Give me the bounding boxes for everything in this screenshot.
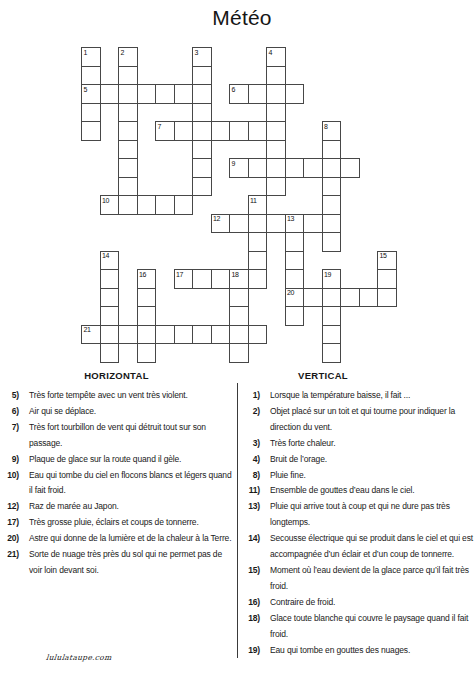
cell-number: 19 — [324, 271, 331, 278]
grid-cell[interactable] — [81, 121, 101, 141]
grid-cell[interactable] — [137, 343, 157, 363]
clue-text: Sorte de nuage très près du sol qui ne p… — [29, 547, 233, 579]
grid-cell[interactable] — [118, 103, 138, 123]
grid-cell[interactable] — [118, 121, 138, 141]
cell-number: 4 — [269, 49, 273, 56]
grid-cell[interactable]: 3 — [192, 47, 212, 67]
clue-text: Astre qui donne de la lumière et de la c… — [29, 531, 233, 547]
grid-cell[interactable] — [303, 158, 323, 178]
cell-number: 5 — [84, 86, 88, 93]
clue-number: 20) — [0, 531, 19, 547]
clue-text: Bruit de l’orage. — [270, 452, 474, 468]
grid-cell[interactable] — [229, 214, 249, 234]
grid-cell[interactable] — [155, 84, 175, 104]
crossword-grid: 123456789101112131415161718192021 — [81, 47, 397, 363]
clue-text: Eau qui tombe en gouttes des nuages. — [270, 643, 474, 659]
grid-cell[interactable] — [137, 195, 157, 215]
grid-cell[interactable] — [285, 251, 305, 271]
grid-cell[interactable] — [118, 325, 138, 345]
clue-item: 11)Ensemble de gouttes d’eau dans le cie… — [241, 483, 474, 499]
clue-item: 5)Très forte tempête avec un vent très v… — [0, 388, 233, 404]
grid-cell[interactable] — [322, 177, 342, 197]
grid-cell[interactable] — [118, 140, 138, 160]
grid-cell[interactable] — [285, 306, 305, 326]
cell-number: 21 — [84, 326, 91, 333]
cell-number: 9 — [232, 160, 236, 167]
grid-cell[interactable] — [100, 306, 120, 326]
grid-cell[interactable] — [285, 158, 305, 178]
clue-number: 2) — [241, 404, 260, 436]
grid-cell[interactable] — [137, 84, 157, 104]
grid-cell[interactable]: 11 — [248, 195, 268, 215]
grid-cell[interactable] — [248, 214, 268, 234]
clue-text: Raz de marée au Japon. — [29, 499, 233, 515]
cell-number: 3 — [195, 49, 199, 56]
cell-number: 11 — [250, 197, 257, 204]
grid-cell[interactable]: 17 — [174, 269, 194, 289]
grid-cell[interactable]: 5 — [81, 84, 101, 104]
clue-text: Secousse électrique qui se produit dans … — [270, 531, 474, 563]
horizontal-clues-header: HORIZONTAL — [0, 370, 233, 381]
grid-cell[interactable] — [248, 232, 268, 252]
grid-cell[interactable] — [340, 158, 360, 178]
grid-cell[interactable] — [266, 158, 286, 178]
grid-cell[interactable]: 12 — [211, 214, 231, 234]
cell-number: 16 — [139, 271, 146, 278]
grid-cell[interactable]: 2 — [118, 47, 138, 67]
clue-number: 12) — [0, 499, 19, 515]
clue-item: 4)Bruit de l’orage. — [241, 452, 474, 468]
clue-text: Glace toute blanche qui couvre le paysag… — [270, 611, 474, 643]
grid-cell[interactable] — [211, 325, 231, 345]
clue-item: 8)Pluie fine. — [241, 468, 474, 484]
clue-text: Eau qui tombe du ciel en flocons blancs … — [29, 468, 233, 500]
clue-text: Moment où l’eau devient de la glace parc… — [270, 563, 474, 595]
grid-cell[interactable] — [377, 288, 397, 308]
clue-number: 7) — [0, 420, 19, 452]
grid-cell[interactable] — [137, 306, 157, 326]
clue-text: Très fort tourbillon de vent qui détruit… — [29, 420, 233, 452]
grid-cell[interactable] — [118, 158, 138, 178]
clue-number: 10) — [0, 468, 19, 500]
grid-cell[interactable] — [322, 288, 342, 308]
clue-item: 6)Air qui se déplace. — [0, 404, 233, 420]
grid-cell[interactable] — [248, 269, 268, 289]
grid-cell[interactable] — [229, 121, 249, 141]
clue-item: 1)Lorsque la température baisse, il fait… — [241, 388, 474, 404]
grid-cell[interactable] — [174, 121, 194, 141]
clue-text: Plaque de glace sur la route quand il gè… — [29, 452, 233, 468]
vertical-clues-header: VERTICAL — [241, 370, 474, 381]
clue-number: 15) — [241, 563, 260, 595]
grid-cell[interactable]: 15 — [377, 251, 397, 271]
grid-cell[interactable] — [322, 232, 342, 252]
cell-number: 1 — [84, 49, 88, 56]
horizontal-clues-section: HORIZONTAL 5)Très forte tempête avec un … — [0, 370, 233, 579]
grid-cell[interactable] — [100, 288, 120, 308]
cell-number: 14 — [102, 252, 109, 259]
grid-cell[interactable] — [248, 121, 268, 141]
grid-cell[interactable] — [229, 343, 249, 363]
grid-cell[interactable] — [211, 121, 231, 141]
vertical-clues-section: VERTICAL 1)Lorsque la température baisse… — [241, 370, 474, 658]
grid-cell[interactable]: 18 — [229, 269, 249, 289]
grid-cell[interactable]: 14 — [100, 251, 120, 271]
grid-cell[interactable] — [192, 177, 212, 197]
grid-cell[interactable]: 10 — [100, 195, 120, 215]
grid-cell[interactable] — [100, 325, 120, 345]
clue-text: Pluie qui arrive tout à coup et qui ne d… — [270, 499, 474, 531]
grid-cell[interactable] — [229, 306, 249, 326]
grid-cell[interactable] — [192, 84, 212, 104]
grid-cell[interactable] — [155, 325, 175, 345]
clue-number: 13) — [241, 499, 260, 531]
cell-number: 18 — [232, 271, 239, 278]
grid-cell[interactable] — [118, 66, 138, 86]
grid-cell[interactable]: 21 — [81, 325, 101, 345]
grid-cell[interactable] — [266, 84, 286, 104]
clue-item: 18)Glace toute blanche qui couvre le pay… — [241, 611, 474, 643]
grid-cell[interactable] — [322, 325, 342, 345]
clue-text: Objet placé sur un toit et qui tourne po… — [270, 404, 474, 436]
grid-cell[interactable] — [303, 288, 323, 308]
grid-cell[interactable] — [192, 121, 212, 141]
cell-number: 2 — [121, 49, 125, 56]
clue-text: Très forte chaleur. — [270, 436, 474, 452]
cell-number: 10 — [102, 197, 109, 204]
cell-number: 15 — [380, 252, 387, 259]
clue-item: 12)Raz de marée au Japon. — [0, 499, 233, 515]
grid-cell[interactable]: 9 — [229, 158, 249, 178]
grid-cell[interactable] — [192, 158, 212, 178]
grid-cell[interactable] — [174, 195, 194, 215]
grid-cell[interactable] — [340, 288, 360, 308]
cell-number: 7 — [158, 123, 162, 130]
watermark: lululataupe.com — [46, 653, 113, 662]
clue-text: Très grosse pluie, éclairs et coups de t… — [29, 515, 233, 531]
grid-cell[interactable] — [100, 343, 120, 363]
grid-cell[interactable] — [266, 214, 286, 234]
grid-cell[interactable] — [266, 66, 286, 86]
grid-cell[interactable] — [100, 269, 120, 289]
clue-number: 16) — [241, 595, 260, 611]
clue-text: Très forte tempête avec un vent très vio… — [29, 388, 233, 404]
puzzle-page: Météo 123456789101112131415161718192021 … — [0, 0, 474, 676]
horizontal-clues-list: 5)Très forte tempête avec un vent très v… — [0, 388, 233, 579]
clue-text: Ensemble de gouttes d’eau dans le ciel. — [270, 483, 474, 499]
vertical-clues-list: 1)Lorsque la température baisse, il fait… — [241, 388, 474, 658]
grid-cell[interactable] — [248, 325, 268, 345]
clue-item: 19)Eau qui tombe en gouttes des nuages. — [241, 643, 474, 659]
grid-cell[interactable] — [100, 84, 120, 104]
grid-cell[interactable] — [303, 214, 323, 234]
grid-cell[interactable] — [377, 269, 397, 289]
clue-number: 5) — [0, 388, 19, 404]
grid-cell[interactable] — [266, 177, 286, 197]
grid-cell[interactable] — [248, 84, 268, 104]
clue-number: 8) — [241, 468, 260, 484]
grid-cell[interactable] — [266, 103, 286, 123]
grid-cell[interactable] — [174, 84, 194, 104]
clue-number: 9) — [0, 452, 19, 468]
clue-number: 3) — [241, 436, 260, 452]
grid-cell[interactable] — [192, 103, 212, 123]
grid-cell[interactable]: 20 — [285, 288, 305, 308]
clue-item: 10)Eau qui tombe du ciel en flocons blan… — [0, 468, 233, 500]
cell-number: 17 — [176, 271, 183, 278]
grid-cell[interactable] — [229, 325, 249, 345]
grid-cell[interactable]: 19 — [322, 269, 342, 289]
grid-cell[interactable] — [322, 214, 342, 234]
clue-text: Pluie fine. — [270, 468, 474, 484]
grid-cell[interactable] — [285, 269, 305, 289]
cell-number: 13 — [287, 215, 294, 222]
grid-cell[interactable] — [248, 251, 268, 271]
grid-cell[interactable]: 6 — [229, 84, 249, 104]
grid-cell[interactable] — [322, 195, 342, 215]
clue-number: 21) — [0, 547, 19, 579]
grid-cell[interactable] — [137, 325, 157, 345]
grid-cell[interactable] — [118, 195, 138, 215]
clue-item: 7)Très fort tourbillon de vent qui détru… — [0, 420, 233, 452]
grid-cell[interactable] — [192, 140, 212, 160]
cell-number: 8 — [324, 123, 328, 130]
grid-cell[interactable] — [81, 103, 101, 123]
clue-columns-divider — [237, 383, 238, 658]
clue-item: 9)Plaque de glace sur la route quand il … — [0, 452, 233, 468]
grid-cell[interactable] — [322, 343, 342, 363]
clue-text: Lorsque la température baisse, il fait .… — [270, 388, 474, 404]
clue-item: 20)Astre qui donne de la lumière et de l… — [0, 531, 233, 547]
grid-cell[interactable] — [229, 288, 249, 308]
grid-cell[interactable] — [118, 84, 138, 104]
clue-number: 4) — [241, 452, 260, 468]
grid-cell[interactable] — [192, 269, 212, 289]
clue-number: 6) — [0, 404, 19, 420]
grid-cell[interactable] — [285, 232, 305, 252]
grid-cell[interactable]: 13 — [285, 214, 305, 234]
grid-cell[interactable] — [322, 158, 342, 178]
grid-cell[interactable]: 7 — [155, 121, 175, 141]
grid-cell[interactable] — [266, 121, 286, 141]
grid-cell[interactable] — [192, 325, 212, 345]
grid-cell[interactable] — [322, 306, 342, 326]
grid-cell[interactable] — [285, 84, 305, 104]
grid-cell[interactable]: 4 — [266, 47, 286, 67]
clue-number: 17) — [0, 515, 19, 531]
grid-cell[interactable] — [266, 140, 286, 160]
clue-item: 14)Secousse électrique qui se produit da… — [241, 531, 474, 563]
grid-cell[interactable] — [137, 288, 157, 308]
grid-cell[interactable] — [322, 140, 342, 160]
grid-cell[interactable]: 8 — [322, 121, 342, 141]
clue-number: 19) — [241, 643, 260, 659]
grid-cell[interactable] — [248, 158, 268, 178]
grid-cell[interactable] — [81, 66, 101, 86]
grid-cell[interactable] — [211, 269, 231, 289]
cell-number: 12 — [213, 215, 220, 222]
clue-number: 14) — [241, 531, 260, 563]
clue-item: 21)Sorte de nuage très près du sol qui n… — [0, 547, 233, 579]
clue-item: 17)Très grosse pluie, éclairs et coups d… — [0, 515, 233, 531]
clue-item: 2)Objet placé sur un toit et qui tourne … — [241, 404, 474, 436]
grid-cell[interactable] — [118, 177, 138, 197]
clue-text: Contraire de froid. — [270, 595, 474, 611]
puzzle-title: Météo — [10, 6, 474, 30]
grid-cell[interactable]: 16 — [137, 269, 157, 289]
clue-number: 18) — [241, 611, 260, 643]
clue-item: 16)Contraire de froid. — [241, 595, 474, 611]
cell-number: 6 — [232, 86, 236, 93]
grid-cell[interactable] — [174, 325, 194, 345]
grid-cell[interactable] — [155, 195, 175, 215]
grid-cell[interactable] — [192, 66, 212, 86]
clue-text: Air qui se déplace. — [29, 404, 233, 420]
clue-number: 1) — [241, 388, 260, 404]
clue-item: 15)Moment où l’eau devient de la glace p… — [241, 563, 474, 595]
clue-number: 11) — [241, 483, 260, 499]
clue-item: 13)Pluie qui arrive tout à coup et qui n… — [241, 499, 474, 531]
grid-cell[interactable]: 1 — [81, 47, 101, 67]
cell-number: 20 — [287, 289, 294, 296]
clue-item: 3)Très forte chaleur. — [241, 436, 474, 452]
grid-cell[interactable] — [359, 288, 379, 308]
